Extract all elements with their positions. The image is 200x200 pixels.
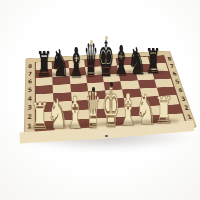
chess-set-photo: AABBCCDDEEFFGGHH1122334455667788 ♜♞♝♛♚♝♞…: [0, 0, 200, 200]
black-rook-glyph: ♜: [144, 45, 162, 79]
pieces-layer: ♜♞♝♛♚♝♞♜♜♞♝♛♚♝♞♜: [0, 0, 200, 200]
white-rook-shadow: [153, 119, 179, 123]
black-queen-finial-tip: [90, 40, 93, 45]
white-bishop-glyph: ♝: [63, 91, 87, 135]
white-queen-glyph: ♛: [84, 84, 101, 135]
black-rook-shadow: [144, 70, 166, 74]
white-king-finial-tip: [110, 82, 113, 87]
white-queen-finial-tip: [92, 87, 95, 92]
black-king-finial-tip: [105, 36, 108, 41]
